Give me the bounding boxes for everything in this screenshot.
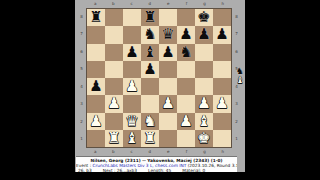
black-rook-piece: ♜ — [143, 10, 156, 25]
rank-label-3: 3 — [234, 102, 239, 106]
black-bishop-piece: ♝ — [143, 45, 156, 60]
black-pawn-piece: ♟ — [179, 27, 192, 42]
square-c1: ♝ — [123, 130, 141, 147]
square-a6 — [87, 44, 105, 61]
file-label-a: a — [86, 2, 104, 6]
square-f1 — [177, 130, 195, 147]
black-knight-piece: ♞ — [179, 45, 192, 60]
square-d6: ♝ — [141, 44, 159, 61]
file-label-g: g — [196, 150, 214, 154]
file-label-g: g — [196, 2, 214, 6]
white-bishop-piece: ♝ — [125, 131, 138, 146]
video-frame: abcdefgh abcdefgh 87654321 87654321 ♜♜♚♞… — [0, 0, 320, 180]
white-rook-piece: ♜ — [143, 131, 156, 146]
file-label-a: a — [86, 150, 104, 154]
square-e1 — [159, 130, 177, 147]
square-b4 — [105, 78, 123, 95]
square-f7: ♟ — [177, 26, 195, 43]
square-e8 — [159, 9, 177, 26]
square-g7: ♟ — [195, 26, 213, 43]
rank-label-7: 7 — [234, 32, 239, 36]
square-d4 — [141, 78, 159, 95]
square-c8 — [123, 9, 141, 26]
square-g1: ♚ — [195, 130, 213, 147]
square-b6 — [105, 44, 123, 61]
square-b5 — [105, 61, 123, 78]
black-king-piece: ♚ — [197, 10, 210, 25]
square-b7 — [105, 26, 123, 43]
file-label-c: c — [123, 2, 141, 6]
square-c5 — [123, 61, 141, 78]
square-a7 — [87, 26, 105, 43]
square-e5 — [159, 61, 177, 78]
square-f5 — [177, 61, 195, 78]
black-pawn-piece: ♟ — [215, 27, 228, 42]
square-a8: ♜ — [87, 9, 105, 26]
rank-label-8: 8 — [79, 15, 84, 19]
white-pawn-piece: ♟ — [215, 96, 228, 111]
square-g3: ♟ — [195, 95, 213, 112]
white-queen-piece: ♛ — [125, 114, 138, 129]
captured-white-piece-icon: ♝ — [236, 76, 244, 85]
white-pawn-piece: ♟ — [161, 96, 174, 111]
square-h1 — [213, 130, 231, 147]
rank-label-2: 2 — [234, 120, 239, 124]
file-label-h: h — [214, 2, 232, 6]
rank-label-1: 1 — [79, 137, 84, 141]
rank-label-2: 2 — [79, 120, 84, 124]
black-queen-piece: ♛ — [161, 27, 174, 42]
square-a5 — [87, 61, 105, 78]
square-e6: ♟ — [159, 44, 177, 61]
rank-label-4: 4 — [234, 85, 239, 89]
rank-label-4: 4 — [79, 85, 84, 89]
game-info-caption: Nilsen, Georg (2311) -- Yakovenko, Macie… — [76, 156, 237, 172]
square-c6: ♟ — [123, 44, 141, 61]
square-e7: ♛ — [159, 26, 177, 43]
square-a4: ♟ — [87, 78, 105, 95]
rank-label-5: 5 — [79, 67, 84, 71]
square-h6 — [213, 44, 231, 61]
white-rook-piece: ♜ — [107, 131, 120, 146]
white-pawn-piece: ♟ — [197, 96, 210, 111]
square-a2: ♟ — [87, 113, 105, 130]
black-knight-piece: ♞ — [143, 27, 156, 42]
square-g2: ♝ — [195, 113, 213, 130]
square-h8 — [213, 9, 231, 26]
rank-label-6: 6 — [234, 50, 239, 54]
black-pawn-piece: ♟ — [125, 45, 138, 60]
file-label-e: e — [159, 2, 177, 6]
file-label-b: b — [104, 2, 122, 6]
square-b3: ♟ — [105, 95, 123, 112]
square-d5: ♟ — [141, 61, 159, 78]
file-label-d: d — [141, 2, 159, 6]
square-d3 — [141, 95, 159, 112]
square-b2 — [105, 113, 123, 130]
square-e2 — [159, 113, 177, 130]
rank-label-8: 8 — [234, 15, 239, 19]
square-f8 — [177, 9, 195, 26]
file-label-h: h — [214, 150, 232, 154]
rank-label-3: 3 — [79, 102, 84, 106]
rank-label-7: 7 — [79, 32, 84, 36]
square-f2: ♟ — [177, 113, 195, 130]
square-d1: ♜ — [141, 130, 159, 147]
square-h5 — [213, 61, 231, 78]
square-c7 — [123, 26, 141, 43]
square-d7: ♞ — [141, 26, 159, 43]
square-d8: ♜ — [141, 9, 159, 26]
square-c4: ♟ — [123, 78, 141, 95]
square-e4 — [159, 78, 177, 95]
square-e3: ♟ — [159, 95, 177, 112]
white-pawn-piece: ♟ — [125, 79, 138, 94]
white-pawn-piece: ♟ — [107, 96, 120, 111]
square-f4 — [177, 78, 195, 95]
white-bishop-piece: ♝ — [197, 114, 210, 129]
square-h3: ♟ — [213, 95, 231, 112]
square-d2: ♞ — [141, 113, 159, 130]
rank-labels-left: 87654321 — [79, 8, 84, 148]
square-g6 — [195, 44, 213, 61]
square-g4 — [195, 78, 213, 95]
black-pawn-piece: ♟ — [143, 62, 156, 77]
captured-pieces-tray: ♞ ♝ — [234, 67, 246, 85]
letterbox-bottom — [75, 172, 245, 180]
square-a3 — [87, 95, 105, 112]
black-pawn-piece: ♟ — [89, 79, 102, 94]
square-f3 — [177, 95, 195, 112]
square-h4 — [213, 78, 231, 95]
file-label-f: f — [177, 150, 195, 154]
file-label-b: b — [104, 150, 122, 154]
square-h2 — [213, 113, 231, 130]
rank-label-6: 6 — [79, 50, 84, 54]
file-label-e: e — [159, 150, 177, 154]
file-label-c: c — [123, 150, 141, 154]
square-b1: ♜ — [105, 130, 123, 147]
square-c2: ♛ — [123, 113, 141, 130]
black-pawn-piece: ♟ — [161, 45, 174, 60]
chess-board: ♜♜♚♞♛♟♟♟♟♝♟♞♟♟♟♟♟♟♟♟♛♞♟♝♜♝♜♚ — [86, 8, 232, 148]
file-labels-bottom: abcdefgh — [86, 150, 232, 154]
white-knight-piece: ♞ — [143, 114, 156, 129]
square-g5 — [195, 61, 213, 78]
square-b8 — [105, 9, 123, 26]
white-king-piece: ♚ — [197, 131, 210, 146]
chess-app-area: abcdefgh abcdefgh 87654321 87654321 ♜♜♚♞… — [75, 0, 245, 180]
black-rook-piece: ♜ — [89, 10, 102, 25]
file-label-f: f — [177, 2, 195, 6]
square-g8: ♚ — [195, 9, 213, 26]
file-labels-top: abcdefgh — [86, 2, 232, 6]
white-pawn-piece: ♟ — [89, 114, 102, 129]
black-pawn-piece: ♟ — [197, 27, 210, 42]
square-f6: ♞ — [177, 44, 195, 61]
square-c3 — [123, 95, 141, 112]
file-label-d: d — [141, 150, 159, 154]
rank-label-1: 1 — [234, 137, 239, 141]
square-a1 — [87, 130, 105, 147]
white-pawn-piece: ♟ — [179, 114, 192, 129]
square-h7: ♟ — [213, 26, 231, 43]
